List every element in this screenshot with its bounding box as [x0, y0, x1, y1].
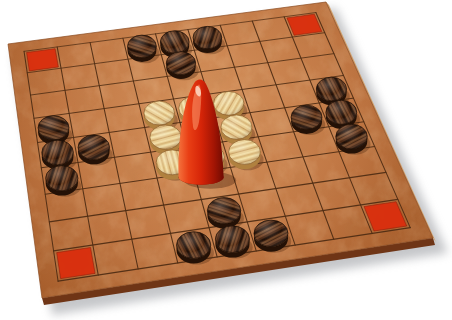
piece-rim — [42, 140, 74, 165]
piece-rim — [336, 124, 368, 149]
piece-rim — [177, 232, 211, 259]
piece-rim — [291, 105, 322, 129]
piece-rim — [215, 226, 249, 253]
piece-rim — [207, 198, 240, 224]
piece-rim — [221, 115, 252, 139]
piece-rim — [144, 101, 175, 125]
tablut-board-photo — [0, 0, 452, 320]
piece-rim — [254, 220, 288, 247]
piece-rim — [326, 100, 357, 124]
piece-rim — [128, 35, 157, 58]
scene — [0, 0, 452, 320]
piece-rim — [193, 26, 222, 48]
piece-rim — [150, 125, 181, 149]
corner-square-a1 — [57, 248, 95, 279]
corner-square-a9 — [27, 49, 59, 71]
piece-rim — [166, 52, 195, 75]
piece-rim — [214, 91, 244, 115]
piece-rim — [316, 77, 346, 101]
piece-rim — [46, 166, 78, 191]
piece-rim — [229, 140, 261, 165]
piece-rim — [38, 116, 69, 140]
piece-rim — [78, 135, 109, 160]
piece-rim — [160, 31, 189, 53]
